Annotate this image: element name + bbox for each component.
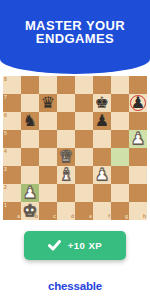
- square-f4[interactable]: [93, 148, 111, 166]
- square-h6[interactable]: [129, 112, 147, 130]
- square-g8[interactable]: [111, 76, 129, 94]
- square-h3[interactable]: [129, 166, 147, 184]
- black-knight-b6: ♞: [21, 112, 39, 130]
- white-bishop-d3: ♝: [57, 166, 75, 184]
- file-label-c: c: [53, 214, 56, 219]
- square-d2[interactable]: [57, 184, 75, 202]
- black-king-f7: ♚: [93, 94, 111, 112]
- rank-label-5: 5: [4, 131, 7, 136]
- square-g5[interactable]: [111, 130, 129, 148]
- white-pawn-h5: ♟: [129, 130, 147, 148]
- square-c1[interactable]: c: [39, 202, 57, 220]
- headline-line2: ENDGAMES: [36, 32, 114, 45]
- square-g3[interactable]: [111, 166, 129, 184]
- square-d4[interactable]: ♛: [57, 148, 75, 166]
- square-g6[interactable]: [111, 112, 129, 130]
- square-d6[interactable]: [57, 112, 75, 130]
- xp-label: +10 XP: [68, 240, 102, 251]
- square-g1[interactable]: g: [111, 202, 129, 220]
- black-pawn-h7: ♟: [129, 94, 147, 112]
- file-label-b: b: [35, 214, 38, 219]
- square-d5[interactable]: [57, 130, 75, 148]
- file-label-g: g: [125, 214, 128, 219]
- chess-board: 87♛♚♟6♞♟5♟4♛3♝♟2♟1ab♚cdefgh: [3, 76, 147, 220]
- rank-label-3: 3: [4, 167, 7, 172]
- square-h4[interactable]: [129, 148, 147, 166]
- square-b3[interactable]: [21, 166, 39, 184]
- rank-label-2: 2: [4, 185, 7, 190]
- square-e1[interactable]: e: [75, 202, 93, 220]
- square-e3[interactable]: [75, 166, 93, 184]
- square-a3[interactable]: 3: [3, 166, 21, 184]
- square-h5[interactable]: ♟: [129, 130, 147, 148]
- white-pawn-f3: ♟: [93, 166, 111, 184]
- white-king-b1: ♚: [21, 202, 39, 220]
- square-f6[interactable]: ♟: [93, 112, 111, 130]
- square-b8[interactable]: [21, 76, 39, 94]
- square-a8[interactable]: 8: [3, 76, 21, 94]
- square-f8[interactable]: [93, 76, 111, 94]
- square-c3[interactable]: [39, 166, 57, 184]
- square-f2[interactable]: [93, 184, 111, 202]
- square-d3[interactable]: ♝: [57, 166, 75, 184]
- square-g4[interactable]: [111, 148, 129, 166]
- square-a1[interactable]: 1a: [3, 202, 21, 220]
- square-b2[interactable]: ♟: [21, 184, 39, 202]
- square-c6[interactable]: [39, 112, 57, 130]
- square-f7[interactable]: ♚: [93, 94, 111, 112]
- square-d7[interactable]: [57, 94, 75, 112]
- square-g7[interactable]: [111, 94, 129, 112]
- white-queen-d4: ♛: [57, 148, 75, 166]
- square-a2[interactable]: 2: [3, 184, 21, 202]
- black-queen-c7: ♛: [39, 94, 57, 112]
- square-e2[interactable]: [75, 184, 93, 202]
- square-b6[interactable]: ♞: [21, 112, 39, 130]
- chessable-logo: chessable: [0, 280, 150, 292]
- rank-label-4: 4: [4, 149, 7, 154]
- rank-label-7: 7: [4, 95, 7, 100]
- square-e8[interactable]: [75, 76, 93, 94]
- square-f1[interactable]: f: [93, 202, 111, 220]
- square-h8[interactable]: [129, 76, 147, 94]
- square-a6[interactable]: 6: [3, 112, 21, 130]
- file-label-h: h: [143, 214, 146, 219]
- square-f3[interactable]: ♟: [93, 166, 111, 184]
- square-c8[interactable]: [39, 76, 57, 94]
- file-label-d: d: [71, 214, 74, 219]
- square-c7[interactable]: ♛: [39, 94, 57, 112]
- square-e7[interactable]: [75, 94, 93, 112]
- square-c2[interactable]: [39, 184, 57, 202]
- rank-label-8: 8: [4, 77, 7, 82]
- square-h7[interactable]: ♟: [129, 94, 147, 112]
- square-b7[interactable]: [21, 94, 39, 112]
- square-a7[interactable]: 7: [3, 94, 21, 112]
- square-a5[interactable]: 5: [3, 130, 21, 148]
- file-label-a: a: [17, 214, 20, 219]
- square-b4[interactable]: [21, 148, 39, 166]
- square-f5[interactable]: [93, 130, 111, 148]
- checkmark-icon: [48, 240, 61, 251]
- square-a4[interactable]: 4: [3, 148, 21, 166]
- square-b5[interactable]: [21, 130, 39, 148]
- square-d8[interactable]: [57, 76, 75, 94]
- rank-label-1: 1: [4, 203, 7, 208]
- square-h2[interactable]: [129, 184, 147, 202]
- square-e6[interactable]: [75, 112, 93, 130]
- rank-label-6: 6: [4, 113, 7, 118]
- xp-reward-button[interactable]: +10 XP: [24, 231, 126, 260]
- red-circle-annotation: [130, 95, 146, 111]
- square-b1[interactable]: b♚: [21, 202, 39, 220]
- header-banner: MASTER YOUR ENDGAMES: [0, 0, 150, 74]
- square-g2[interactable]: [111, 184, 129, 202]
- white-pawn-b2: ♟: [21, 184, 39, 202]
- black-pawn-f6: ♟: [93, 112, 111, 130]
- square-e4[interactable]: [75, 148, 93, 166]
- file-label-e: e: [89, 214, 92, 219]
- square-d1[interactable]: d: [57, 202, 75, 220]
- square-e5[interactable]: [75, 130, 93, 148]
- square-c4[interactable]: [39, 148, 57, 166]
- square-h1[interactable]: h: [129, 202, 147, 220]
- square-c5[interactable]: [39, 130, 57, 148]
- file-label-f: f: [108, 214, 110, 219]
